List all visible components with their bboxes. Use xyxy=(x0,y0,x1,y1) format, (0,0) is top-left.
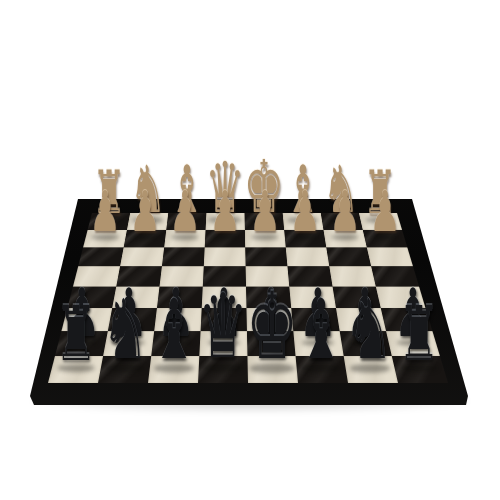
square-a3[interactable] xyxy=(367,247,413,266)
square-c7[interactable] xyxy=(293,331,343,356)
square-d7[interactable] xyxy=(247,331,296,356)
square-a4[interactable] xyxy=(371,266,419,286)
square-b6[interactable] xyxy=(336,308,386,331)
square-e3[interactable] xyxy=(204,247,246,266)
square-g5[interactable] xyxy=(112,287,159,309)
square-f2[interactable] xyxy=(164,230,205,248)
square-g8[interactable] xyxy=(98,356,151,383)
square-f4[interactable] xyxy=(159,266,203,286)
square-g6[interactable] xyxy=(108,308,157,331)
square-a6[interactable] xyxy=(381,308,433,331)
square-e1[interactable] xyxy=(206,213,245,230)
square-b8[interactable] xyxy=(344,356,398,383)
square-g4[interactable] xyxy=(116,266,162,286)
square-f7[interactable] xyxy=(151,331,200,356)
square-e2[interactable] xyxy=(205,230,246,248)
square-e7[interactable] xyxy=(199,331,247,356)
square-c3[interactable] xyxy=(286,247,330,266)
square-c5[interactable] xyxy=(289,287,336,309)
square-g1[interactable] xyxy=(127,213,168,230)
square-c8[interactable] xyxy=(296,356,348,383)
square-g2[interactable] xyxy=(124,230,167,248)
square-f3[interactable] xyxy=(162,247,205,266)
square-a5[interactable] xyxy=(376,287,426,309)
square-a2[interactable] xyxy=(363,230,408,248)
square-f1[interactable] xyxy=(166,213,206,230)
square-d4[interactable] xyxy=(246,266,290,286)
square-b2[interactable] xyxy=(323,230,366,248)
square-d1[interactable] xyxy=(245,213,285,230)
square-f8[interactable] xyxy=(148,356,199,383)
square-h4[interactable] xyxy=(73,266,120,286)
square-a1[interactable] xyxy=(359,213,402,230)
square-d2[interactable] xyxy=(245,230,286,248)
square-h2[interactable] xyxy=(83,230,127,248)
square-d6[interactable] xyxy=(246,308,293,331)
square-b7[interactable] xyxy=(340,331,392,356)
square-b5[interactable] xyxy=(333,287,381,309)
square-b4[interactable] xyxy=(329,266,375,286)
square-d8[interactable] xyxy=(247,356,298,383)
square-h6[interactable] xyxy=(61,308,112,331)
square-g3[interactable] xyxy=(120,247,164,266)
square-d3[interactable] xyxy=(245,247,287,266)
square-h7[interactable] xyxy=(55,331,108,356)
square-h5[interactable] xyxy=(67,287,116,309)
square-h1[interactable] xyxy=(88,213,130,230)
product-photo: ♜♞♝♛♚♝♞♜♟♟♟♟♟♟♟♟♟♟♟♟♟♟♟♟♜♞♝♛♚♝♞♜ xyxy=(0,0,500,500)
chess-board xyxy=(48,213,448,383)
square-a7[interactable] xyxy=(386,331,440,356)
square-e5[interactable] xyxy=(202,287,247,309)
square-c6[interactable] xyxy=(291,308,339,331)
square-h3[interactable] xyxy=(78,247,123,266)
square-e4[interactable] xyxy=(203,266,246,286)
square-a8[interactable] xyxy=(392,356,448,383)
square-c2[interactable] xyxy=(284,230,326,248)
square-f5[interactable] xyxy=(157,287,203,309)
square-e8[interactable] xyxy=(198,356,248,383)
square-b3[interactable] xyxy=(326,247,371,266)
square-c1[interactable] xyxy=(283,213,324,230)
square-b1[interactable] xyxy=(321,213,363,230)
square-d5[interactable] xyxy=(246,287,291,309)
square-e6[interactable] xyxy=(201,308,247,331)
square-f6[interactable] xyxy=(154,308,202,331)
square-c4[interactable] xyxy=(287,266,332,286)
square-h8[interactable] xyxy=(48,356,103,383)
square-g7[interactable] xyxy=(103,331,154,356)
